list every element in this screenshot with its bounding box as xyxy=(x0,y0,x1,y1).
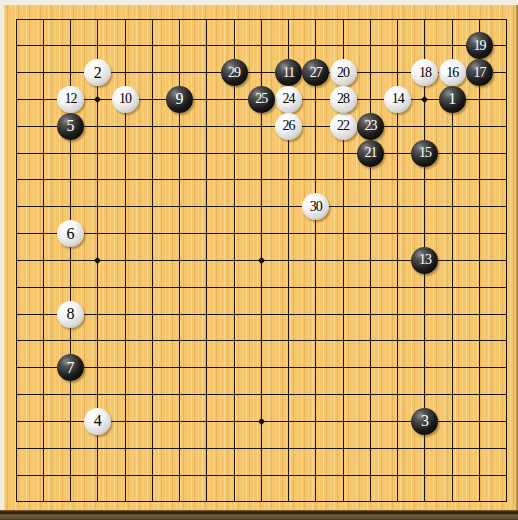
stone-26-white[interactable]: 26 xyxy=(275,113,302,140)
stone-10-white[interactable]: 10 xyxy=(112,86,139,113)
board-bottom-edge xyxy=(0,510,518,520)
grid-line-horizontal xyxy=(16,287,507,288)
grid-line-horizontal xyxy=(16,475,507,476)
stone-16-white[interactable]: 16 xyxy=(439,59,466,86)
grid-line-horizontal xyxy=(16,448,507,449)
stone-22-white[interactable]: 22 xyxy=(330,113,357,140)
grid-line-horizontal xyxy=(16,394,507,395)
stone-28-white[interactable]: 28 xyxy=(330,86,357,113)
grid-line-horizontal xyxy=(16,501,507,502)
stone-29-black[interactable]: 29 xyxy=(221,59,248,86)
stone-5-black[interactable]: 5 xyxy=(57,113,84,140)
grid-line-vertical xyxy=(479,19,480,502)
grid-line-horizontal xyxy=(16,340,507,341)
stone-8-white[interactable]: 8 xyxy=(57,301,84,328)
grid-line-vertical xyxy=(370,19,371,502)
stone-9-black[interactable]: 9 xyxy=(166,86,193,113)
stone-15-black[interactable]: 15 xyxy=(411,140,438,167)
stone-23-black[interactable]: 23 xyxy=(357,113,384,140)
go-board-diagram: 1234567891011121314151617181920212223242… xyxy=(0,0,518,520)
grid-line-horizontal xyxy=(16,314,507,315)
stone-17-black[interactable]: 17 xyxy=(466,59,493,86)
stone-4-white[interactable]: 4 xyxy=(84,408,111,435)
stone-24-white[interactable]: 24 xyxy=(275,86,302,113)
stone-25-black[interactable]: 25 xyxy=(248,86,275,113)
stone-12-white[interactable]: 12 xyxy=(57,86,84,113)
grid-line-vertical xyxy=(506,19,507,502)
stone-1-black[interactable]: 1 xyxy=(439,86,466,113)
stone-21-black[interactable]: 21 xyxy=(357,140,384,167)
stone-14-white[interactable]: 14 xyxy=(384,86,411,113)
stone-20-white[interactable]: 20 xyxy=(330,59,357,86)
stone-6-white[interactable]: 6 xyxy=(57,220,84,247)
grid-line-vertical xyxy=(315,19,316,502)
grid-line-horizontal xyxy=(16,367,507,368)
